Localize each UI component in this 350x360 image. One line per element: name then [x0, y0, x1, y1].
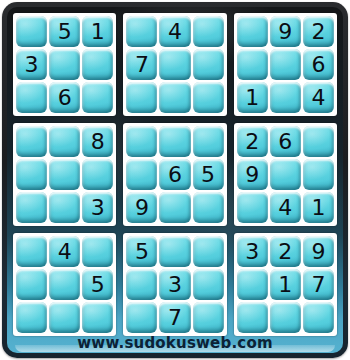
- sudoku-cell-r4c6[interactable]: [193, 126, 224, 157]
- sudoku-cell-r9c2[interactable]: [49, 302, 80, 333]
- sudoku-cell-r1c5[interactable]: 4: [159, 16, 190, 47]
- sudoku-cell-r9c7[interactable]: [237, 302, 268, 333]
- sudoku-cell-r3c5[interactable]: [159, 82, 190, 113]
- sudoku-cell-r2c3[interactable]: [82, 49, 113, 80]
- sudoku-cell-r4c3[interactable]: 8: [82, 126, 113, 157]
- sudoku-cell-r9c1[interactable]: [16, 302, 47, 333]
- sudoku-cell-r5c7[interactable]: 9: [237, 159, 268, 190]
- sudoku-cell-r2c6[interactable]: [193, 49, 224, 80]
- sudoku-board: 5136479261483659269414553732917 www.sudo…: [0, 0, 350, 360]
- sudoku-box-3: 92614: [234, 13, 337, 116]
- sudoku-cell-r2c8[interactable]: [270, 49, 301, 80]
- sudoku-cell-r8c6[interactable]: [193, 269, 224, 300]
- sudoku-cell-r7c3[interactable]: [82, 236, 113, 267]
- sudoku-cell-r1c4[interactable]: [126, 16, 157, 47]
- sudoku-cell-r3c1[interactable]: [16, 82, 47, 113]
- sudoku-cell-r7c6[interactable]: [193, 236, 224, 267]
- sudoku-cell-r5c4[interactable]: [126, 159, 157, 190]
- sudoku-cell-r5c3[interactable]: [82, 159, 113, 190]
- sudoku-cell-r8c1[interactable]: [16, 269, 47, 300]
- sudoku-cell-r6c4[interactable]: 9: [126, 192, 157, 223]
- sudoku-cell-r6c8[interactable]: 4: [270, 192, 301, 223]
- sudoku-cell-r6c1[interactable]: [16, 192, 47, 223]
- sudoku-cell-r5c1[interactable]: [16, 159, 47, 190]
- sudoku-cell-r9c9[interactable]: [303, 302, 334, 333]
- sudoku-box-8: 537: [123, 233, 226, 336]
- sudoku-cell-r4c2[interactable]: [49, 126, 80, 157]
- sudoku-cell-r9c5[interactable]: 7: [159, 302, 190, 333]
- sudoku-cell-r3c9[interactable]: 4: [303, 82, 334, 113]
- sudoku-cell-r7c8[interactable]: 2: [270, 236, 301, 267]
- sudoku-cell-r2c2[interactable]: [49, 49, 80, 80]
- sudoku-cell-r6c7[interactable]: [237, 192, 268, 223]
- sudoku-cell-r1c7[interactable]: [237, 16, 268, 47]
- sudoku-cell-r8c9[interactable]: 7: [303, 269, 334, 300]
- sudoku-cell-r8c3[interactable]: 5: [82, 269, 113, 300]
- sudoku-cell-r9c8[interactable]: [270, 302, 301, 333]
- sudoku-cell-r2c9[interactable]: 6: [303, 49, 334, 80]
- sudoku-cell-r8c5[interactable]: 3: [159, 269, 190, 300]
- sudoku-cell-r5c8[interactable]: [270, 159, 301, 190]
- sudoku-cell-r1c6[interactable]: [193, 16, 224, 47]
- sudoku-grid: 5136479261483659269414553732917: [13, 13, 337, 336]
- sudoku-cell-r6c6[interactable]: [193, 192, 224, 223]
- sudoku-cell-r4c5[interactable]: [159, 126, 190, 157]
- sudoku-cell-r5c5[interactable]: 6: [159, 159, 190, 190]
- sudoku-cell-r2c1[interactable]: 3: [16, 49, 47, 80]
- sudoku-cell-r3c3[interactable]: [82, 82, 113, 113]
- sudoku-cell-r1c3[interactable]: 1: [82, 16, 113, 47]
- sudoku-cell-r2c4[interactable]: 7: [126, 49, 157, 80]
- sudoku-cell-r3c2[interactable]: 6: [49, 82, 80, 113]
- sudoku-cell-r4c9[interactable]: [303, 126, 334, 157]
- footer-url[interactable]: www.sudokusweb.com: [0, 334, 350, 352]
- sudoku-box-6: 26941: [234, 123, 337, 226]
- sudoku-box-1: 5136: [13, 13, 116, 116]
- sudoku-cell-r3c6[interactable]: [193, 82, 224, 113]
- sudoku-cell-r3c7[interactable]: 1: [237, 82, 268, 113]
- sudoku-box-9: 32917: [234, 233, 337, 336]
- sudoku-cell-r7c2[interactable]: 4: [49, 236, 80, 267]
- sudoku-cell-r5c6[interactable]: 5: [193, 159, 224, 190]
- sudoku-box-7: 45: [13, 233, 116, 336]
- sudoku-cell-r7c4[interactable]: 5: [126, 236, 157, 267]
- sudoku-cell-r9c3[interactable]: [82, 302, 113, 333]
- sudoku-cell-r3c4[interactable]: [126, 82, 157, 113]
- sudoku-cell-r2c7[interactable]: [237, 49, 268, 80]
- sudoku-cell-r4c8[interactable]: 6: [270, 126, 301, 157]
- sudoku-cell-r8c2[interactable]: [49, 269, 80, 300]
- sudoku-cell-r7c5[interactable]: [159, 236, 190, 267]
- sudoku-cell-r1c2[interactable]: 5: [49, 16, 80, 47]
- sudoku-cell-r9c6[interactable]: [193, 302, 224, 333]
- sudoku-cell-r8c8[interactable]: 1: [270, 269, 301, 300]
- sudoku-box-5: 659: [123, 123, 226, 226]
- sudoku-cell-r6c2[interactable]: [49, 192, 80, 223]
- sudoku-cell-r1c1[interactable]: [16, 16, 47, 47]
- sudoku-cell-r1c8[interactable]: 9: [270, 16, 301, 47]
- sudoku-cell-r8c7[interactable]: [237, 269, 268, 300]
- sudoku-cell-r4c4[interactable]: [126, 126, 157, 157]
- sudoku-cell-r9c4[interactable]: [126, 302, 157, 333]
- sudoku-cell-r6c5[interactable]: [159, 192, 190, 223]
- sudoku-cell-r4c1[interactable]: [16, 126, 47, 157]
- sudoku-cell-r4c7[interactable]: 2: [237, 126, 268, 157]
- sudoku-cell-r7c1[interactable]: [16, 236, 47, 267]
- sudoku-cell-r6c3[interactable]: 3: [82, 192, 113, 223]
- sudoku-cell-r2c5[interactable]: [159, 49, 190, 80]
- sudoku-cell-r5c2[interactable]: [49, 159, 80, 190]
- sudoku-cell-r8c4[interactable]: [126, 269, 157, 300]
- sudoku-cell-r7c7[interactable]: 3: [237, 236, 268, 267]
- sudoku-box-2: 47: [123, 13, 226, 116]
- sudoku-cell-r5c9[interactable]: [303, 159, 334, 190]
- sudoku-cell-r3c8[interactable]: [270, 82, 301, 113]
- sudoku-cell-r1c9[interactable]: 2: [303, 16, 334, 47]
- sudoku-box-4: 83: [13, 123, 116, 226]
- sudoku-cell-r7c9[interactable]: 9: [303, 236, 334, 267]
- sudoku-cell-r6c9[interactable]: 1: [303, 192, 334, 223]
